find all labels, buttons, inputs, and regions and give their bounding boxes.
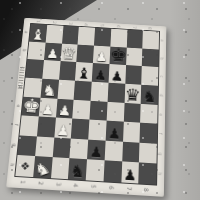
square-r8c6[interactable] (103, 161, 121, 183)
square-r7c5[interactable]: ♟ (87, 139, 105, 160)
square-r8c7[interactable]: ♟ (121, 162, 139, 184)
square-r8c1[interactable]: ❖ (15, 155, 35, 177)
square-r1c5[interactable] (94, 28, 111, 47)
square-r1c4[interactable] (78, 27, 95, 46)
square-r3c6[interactable]: ♟ (108, 64, 125, 83)
piece-black-king[interactable]: ♚ (109, 47, 126, 65)
square-r4c8[interactable]: ♞ (141, 85, 158, 105)
square-r1c6[interactable] (110, 29, 127, 48)
square-r5c1[interactable]: ♚ (22, 96, 41, 116)
piece-black-pawn[interactable]: ♟ (121, 168, 139, 184)
square-r2c8[interactable] (142, 48, 159, 67)
square-r4c2[interactable]: ♞ (40, 79, 58, 99)
square-r8c8[interactable] (139, 163, 157, 185)
piece-white-pawn[interactable]: ♟ (54, 124, 72, 139)
square-r1c1[interactable]: ♝ (29, 24, 47, 42)
square-r6c6[interactable]: ♟ (105, 121, 123, 142)
square-r2c4[interactable] (77, 44, 94, 63)
square-r8c4[interactable]: ♞ (68, 159, 87, 181)
square-r3c7[interactable] (125, 65, 142, 84)
square-r7c4[interactable] (70, 138, 89, 159)
square-r3c3[interactable] (59, 61, 77, 80)
square-r6c1[interactable] (20, 116, 39, 137)
square-r5c3[interactable]: ♟ (56, 98, 74, 118)
piece-white-pawn[interactable]: ♟ (56, 104, 74, 118)
square-r6c4[interactable] (71, 119, 89, 140)
square-r3c8[interactable] (141, 66, 158, 85)
square-r8c3[interactable] (51, 157, 70, 179)
square-r6c2[interactable] (37, 117, 56, 138)
piece-black-bishop[interactable]: ♝ (75, 65, 93, 81)
square-r4c1[interactable] (24, 78, 42, 98)
square-r2c3[interactable]: ♛ (60, 43, 78, 62)
square-r2c5[interactable]: ♟ (93, 45, 110, 64)
square-r4c7[interactable]: ♛ (124, 84, 141, 104)
square-r2c2[interactable]: ♟ (44, 42, 62, 61)
square-r3c5[interactable]: ♟ (92, 63, 109, 82)
square-r3c1[interactable] (25, 59, 43, 78)
square-r4c6[interactable] (107, 83, 125, 103)
square-r4c5[interactable] (91, 82, 109, 102)
piece-black-pawn[interactable]: ♟ (92, 69, 109, 83)
piece-white-pawn[interactable]: ♟ (44, 48, 61, 61)
photo-scene: 12345678 12345678 abcdefgh abcdefgh ♝♟♛♟… (0, 0, 200, 200)
square-r2c1[interactable] (27, 41, 45, 60)
square-r7c1[interactable] (17, 135, 36, 156)
square-r8c2[interactable]: ♞ (33, 156, 52, 178)
board-grid: ♝♟♛♟♚♝♟♟♞♛♞♚♟♟♟♟♟❖♞♞♟ (15, 24, 159, 185)
piece-white-knight[interactable]: ♞ (40, 83, 58, 99)
square-r5c6[interactable] (106, 101, 124, 121)
square-r5c4[interactable] (72, 99, 90, 119)
square-r7c3[interactable] (52, 137, 71, 158)
square-r6c3[interactable]: ♟ (54, 118, 73, 139)
corner-emblem-icon: ❖ (16, 160, 35, 172)
square-r5c2[interactable]: ♟ (39, 97, 58, 117)
chess-board: 12345678 12345678 abcdefgh abcdefgh ♝♟♛♟… (6, 18, 166, 197)
square-r6c7[interactable] (123, 122, 141, 143)
square-r1c2[interactable] (45, 25, 63, 43)
square-r1c7[interactable] (126, 30, 143, 49)
square-r5c7[interactable] (123, 102, 141, 122)
piece-black-knight[interactable]: ♞ (68, 163, 87, 180)
square-r5c5[interactable] (89, 100, 107, 120)
piece-white-bishop[interactable]: ♝ (29, 27, 47, 43)
square-r7c2[interactable] (35, 136, 54, 157)
piece-white-pawn[interactable]: ♟ (93, 51, 110, 64)
square-r7c6[interactable] (104, 140, 122, 161)
square-r1c3[interactable] (62, 26, 79, 45)
square-r3c4[interactable]: ♝ (75, 62, 93, 81)
square-r1c8[interactable] (143, 31, 160, 50)
piece-white-queen[interactable]: ♛ (60, 45, 78, 62)
background-shading (170, 0, 200, 200)
square-r7c7[interactable] (122, 141, 140, 162)
square-r2c7[interactable] (126, 47, 143, 66)
square-r8c5[interactable] (86, 160, 105, 182)
piece-black-pawn[interactable]: ♟ (105, 127, 123, 142)
square-r2c6[interactable]: ♚ (109, 46, 126, 65)
square-r7c8[interactable] (139, 143, 157, 164)
piece-black-knight[interactable]: ♞ (141, 89, 158, 105)
piece-black-pawn[interactable]: ♟ (108, 70, 125, 84)
piece-black-pawn[interactable]: ♟ (87, 146, 105, 161)
square-r6c8[interactable] (140, 123, 158, 144)
piece-white-king[interactable]: ♚ (22, 97, 41, 117)
square-r4c3[interactable] (57, 80, 75, 100)
square-r5c8[interactable] (140, 103, 157, 123)
piece-white-pawn[interactable]: ♟ (39, 103, 57, 117)
square-r6c5[interactable] (88, 120, 106, 141)
piece-black-queen[interactable]: ♛ (124, 86, 141, 104)
square-r3c2[interactable] (42, 60, 60, 79)
square-r4c4[interactable] (74, 81, 92, 101)
